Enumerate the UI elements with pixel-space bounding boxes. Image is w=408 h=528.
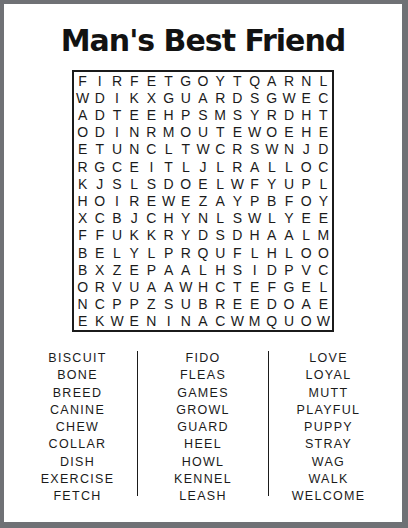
grid-cell-r6c10[interactable]: R [229,158,246,175]
grid-cell-r14c2[interactable]: C [91,296,108,313]
word-item: FLEAS [138,367,268,384]
grid-cell-r13c5[interactable]: A [143,278,160,295]
grid-cell-r2c3[interactable]: I [108,89,125,106]
grid-cell-r11c12[interactable]: H [263,244,280,261]
grid-cell-r14c10[interactable]: E [229,296,246,313]
grid-cell-r13c1[interactable]: O [74,278,91,295]
grid-cell-r12c12[interactable]: D [263,261,280,278]
grid-cell-r3c9[interactable]: M [212,106,229,123]
grid-cell-r9c6[interactable]: H [160,210,177,227]
grid-cell-r14c14[interactable]: A [298,296,315,313]
grid-cell-r13c14[interactable]: E [298,278,315,295]
page-title: Man's Best Friend [4,23,402,59]
grid-cell-r12c3[interactable]: Z [108,261,125,278]
grid-cell-r4c6[interactable]: M [160,124,177,141]
grid-cell-r10c13[interactable]: A [280,227,297,244]
grid-cell-r1c11[interactable]: Q [246,72,263,89]
word-item: GUARD [138,419,268,436]
grid-cell-r3c12[interactable]: R [263,106,280,123]
word-item: BISCUIT [18,350,137,367]
grid-cell-r10c4[interactable]: K [126,227,143,244]
grid-cell-r9c4[interactable]: J [126,210,143,227]
grid-cell-r7c6[interactable]: D [160,175,177,192]
grid-cell-r1c8[interactable]: O [194,72,211,89]
grid-cell-r14c8[interactable]: B [194,296,211,313]
grid-cell-r8c1[interactable]: H [74,192,91,209]
grid-cell-r15c4[interactable]: E [126,313,143,330]
grid-cell-r3c15[interactable]: T [315,106,332,123]
grid-cell-r15c2[interactable]: K [91,313,108,330]
grid-cell-r1c1[interactable]: F [74,72,91,89]
grid-cell-r13c12[interactable]: F [263,278,280,295]
word-item: WALK [269,471,388,488]
grid-cell-r2c12[interactable]: G [263,89,280,106]
grid-cell-r4c9[interactable]: T [212,124,229,141]
grid-cell-r11c11[interactable]: L [246,244,263,261]
grid-cell-r3c11[interactable]: Y [246,106,263,123]
grid-cell-r6c3[interactable]: C [108,158,125,175]
grid-cell-r7c8[interactable]: E [194,175,211,192]
grid-cell-r1c4[interactable]: F [126,72,143,89]
grid-cell-r11c3[interactable]: L [108,244,125,261]
word-item: WAG [269,454,388,471]
grid-cell-r2c11[interactable]: S [246,89,263,106]
grid-cell-r10c6[interactable]: R [160,227,177,244]
grid-cell-r2c9[interactable]: R [212,89,229,106]
grid-cell-r2c2[interactable]: D [91,89,108,106]
grid-cell-r5c7[interactable]: T [177,141,194,158]
grid-cell-r5c15[interactable]: D [315,141,332,158]
grid-cell-r12c4[interactable]: E [126,261,143,278]
word-item: GAMES [138,385,268,402]
grid-cell-r15c14[interactable]: O [298,313,315,330]
grid-cell-r15c1[interactable]: E [74,313,91,330]
word-search-board: FIRFETGOYTQARNLWDIKXGUARDSGWECADTEEHPSMS… [72,70,334,332]
grid-cell-r8c5[interactable]: E [143,192,160,209]
word-item: PUPPY [269,419,388,436]
grid-cell-r13c3[interactable]: V [108,278,125,295]
grid-cell-r12c1[interactable]: B [74,261,91,278]
grid-cell-r7c12[interactable]: Y [263,175,280,192]
word-item: LEASH [138,488,268,505]
word-list-column-1: BISCUITBONEBREEDCANINECHEWCOLLARDISHEXER… [18,349,137,506]
grid-cell-r2c13[interactable]: W [280,89,297,106]
grid-cell-r10c12[interactable]: A [263,227,280,244]
grid-cell-r4c3[interactable]: I [108,124,125,141]
grid-cell-r11c8[interactable]: Q [194,244,211,261]
grid-cell-r3c5[interactable]: E [143,106,160,123]
grid-cell-r6c15[interactable]: C [315,158,332,175]
grid-cell-r11c1[interactable]: B [74,244,91,261]
grid-cell-r15c9[interactable]: C [212,313,229,330]
word-list: BISCUITBONEBREEDCANINECHEWCOLLARDISHEXER… [4,349,402,506]
word-item: LOYAL [269,367,388,384]
grid-cell-r2c7[interactable]: U [177,89,194,106]
grid-cell-r13c10[interactable]: T [229,278,246,295]
grid-cell-r15c13[interactable]: U [280,313,297,330]
word-item: CHEW [18,419,137,436]
grid-cell-r15c7[interactable]: N [177,313,194,330]
grid-cell-r6c7[interactable]: L [177,158,194,175]
word-list-column-3: LOVELOYALMUTTPLAYFULPUPPYSTRAYWAGWALKWEL… [269,349,388,506]
grid-cell-r1c10[interactable]: T [229,72,246,89]
grid-cell-r9c5[interactable]: C [143,210,160,227]
grid-cell-r11c5[interactable]: L [143,244,160,261]
grid-cell-r14c6[interactable]: S [160,296,177,313]
grid-cell-r8c10[interactable]: Y [229,192,246,209]
grid-cell-r12c2[interactable]: X [91,261,108,278]
grid-cell-r9c3[interactable]: B [108,210,125,227]
grid-cell-r14c1[interactable]: N [74,296,91,313]
grid-cell-r11c9[interactable]: U [212,244,229,261]
grid-cell-r2c5[interactable]: X [143,89,160,106]
grid-cell-r12c14[interactable]: V [298,261,315,278]
grid-cell-r8c9[interactable]: A [212,192,229,209]
grid-cell-r13c4[interactable]: U [126,278,143,295]
grid-cell-r14c11[interactable]: E [246,296,263,313]
grid-cell-r5c12[interactable]: W [263,141,280,158]
grid-cell-r7c2[interactable]: J [91,175,108,192]
grid-cell-r3c2[interactable]: D [91,106,108,123]
grid-cell-r12c9[interactable]: H [212,261,229,278]
grid-cell-r11c6[interactable]: P [160,244,177,261]
word-item: STRAY [269,436,388,453]
grid-cell-r12c15[interactable]: C [315,261,332,278]
grid-cell-r14c13[interactable]: O [280,296,297,313]
grid-cell-r10c9[interactable]: S [212,227,229,244]
grid-cell-r13c15[interactable]: L [315,278,332,295]
grid-cell-r4c10[interactable]: E [229,124,246,141]
grid-cell-r8c2[interactable]: O [91,192,108,209]
grid-cell-r10c10[interactable]: D [229,227,246,244]
grid-cell-r7c9[interactable]: L [212,175,229,192]
grid-cell-r9c15[interactable]: E [315,210,332,227]
grid-cell-r6c9[interactable]: L [212,158,229,175]
word-list-column-2: FIDOFLEASGAMESGROWLGUARDHEELHOWLKENNELLE… [138,349,268,506]
grid-cell-r8c15[interactable]: Y [315,192,332,209]
word-item: DISH [18,454,137,471]
grid-cell-r12c7[interactable]: A [177,261,194,278]
grid-cell-r12c6[interactable]: A [160,261,177,278]
grid-cell-r12c11[interactable]: I [246,261,263,278]
grid-cell-r10c14[interactable]: L [298,227,315,244]
grid-cell-r2c14[interactable]: E [298,89,315,106]
grid-cell-r5c1[interactable]: E [74,141,91,158]
grid-cell-r1c12[interactable]: A [263,72,280,89]
grid-cell-r4c8[interactable]: U [194,124,211,141]
grid-cell-r11c14[interactable]: O [298,244,315,261]
grid-cell-r13c8[interactable]: H [194,278,211,295]
grid-cell-r12c8[interactable]: L [194,261,211,278]
grid-cell-r4c5[interactable]: R [143,124,160,141]
grid-cell-r6c12[interactable]: L [263,158,280,175]
grid-cell-r3c3[interactable]: T [108,106,125,123]
grid-cell-r15c8[interactable]: A [194,313,211,330]
grid-cell-r11c10[interactable]: F [229,244,246,261]
grid-cell-r9c8[interactable]: N [194,210,211,227]
grid-cell-r13c11[interactable]: E [246,278,263,295]
grid-cell-r5c2[interactable]: T [91,141,108,158]
grid-cell-r7c11[interactable]: F [246,175,263,192]
grid-cell-r10c5[interactable]: K [143,227,160,244]
grid-cell-r7c10[interactable]: W [229,175,246,192]
grid-cell-r4c14[interactable]: H [298,124,315,141]
letter-grid: FIRFETGOYTQARNLWDIKXGUARDSGWECADTEEHPSMS… [74,72,332,330]
grid-cell-r1c5[interactable]: E [143,72,160,89]
grid-cell-r15c15[interactable]: W [315,313,332,330]
grid-cell-r3c8[interactable]: S [194,106,211,123]
grid-cell-r1c9[interactable]: Y [212,72,229,89]
word-item: KENNEL [138,471,268,488]
grid-cell-r9c10[interactable]: S [229,210,246,227]
grid-cell-r11c13[interactable]: L [280,244,297,261]
grid-cell-r2c10[interactable]: D [229,89,246,106]
grid-cell-r2c15[interactable]: C [315,89,332,106]
grid-cell-r15c12[interactable]: Q [263,313,280,330]
grid-cell-r4c7[interactable]: O [177,124,194,141]
grid-cell-r15c3[interactable]: W [108,313,125,330]
grid-cell-r10c3[interactable]: U [108,227,125,244]
worksheet-page: Man's Best Friend FIRFETGOYTQARNLWDIKXGU… [4,23,402,506]
word-item: COLLAR [18,436,137,453]
grid-cell-r3c1[interactable]: A [74,106,91,123]
grid-cell-r9c14[interactable]: E [298,210,315,227]
grid-cell-r9c1[interactable]: X [74,210,91,227]
grid-cell-r9c2[interactable]: C [91,210,108,227]
grid-cell-r8c4[interactable]: R [126,192,143,209]
grid-cell-r8c7[interactable]: E [177,192,194,209]
grid-cell-r11c4[interactable]: Y [126,244,143,261]
grid-cell-r6c4[interactable]: E [126,158,143,175]
grid-cell-r12c10[interactable]: S [229,261,246,278]
grid-cell-r9c7[interactable]: Y [177,210,194,227]
grid-cell-r7c7[interactable]: O [177,175,194,192]
grid-cell-r6c1[interactable]: R [74,158,91,175]
grid-cell-r5c5[interactable]: C [143,141,160,158]
grid-cell-r1c13[interactable]: R [280,72,297,89]
grid-cell-r3c13[interactable]: D [280,106,297,123]
grid-cell-r1c2[interactable]: I [91,72,108,89]
grid-cell-r9c11[interactable]: W [246,210,263,227]
grid-cell-r6c8[interactable]: J [194,158,211,175]
grid-cell-r9c9[interactable]: L [212,210,229,227]
grid-cell-r9c13[interactable]: Y [280,210,297,227]
grid-cell-r5c6[interactable]: L [160,141,177,158]
word-item: MUTT [269,385,388,402]
grid-cell-r5c9[interactable]: C [212,141,229,158]
grid-cell-r7c15[interactable]: L [315,175,332,192]
grid-cell-r7c5[interactable]: S [143,175,160,192]
grid-cell-r15c6[interactable]: I [160,313,177,330]
grid-cell-r6c11[interactable]: A [246,158,263,175]
grid-cell-r11c7[interactable]: R [177,244,194,261]
grid-cell-r7c1[interactable]: K [74,175,91,192]
grid-cell-r4c13[interactable]: E [280,124,297,141]
grid-cell-r10c11[interactable]: H [246,227,263,244]
grid-cell-r3c10[interactable]: S [229,106,246,123]
word-item: HOWL [138,454,268,471]
grid-cell-r2c8[interactable]: A [194,89,211,106]
grid-cell-r10c2[interactable]: F [91,227,108,244]
grid-cell-r6c14[interactable]: O [298,158,315,175]
grid-cell-r5c14[interactable]: J [298,141,315,158]
grid-cell-r5c13[interactable]: N [280,141,297,158]
grid-cell-r5c10[interactable]: R [229,141,246,158]
word-item: GROWL [138,402,268,419]
grid-cell-r14c9[interactable]: R [212,296,229,313]
grid-cell-r8c14[interactable]: O [298,192,315,209]
grid-cell-r13c13[interactable]: G [280,278,297,295]
grid-cell-r9c12[interactable]: L [263,210,280,227]
grid-cell-r4c1[interactable]: O [74,124,91,141]
grid-cell-r7c13[interactable]: U [280,175,297,192]
grid-cell-r14c5[interactable]: Z [143,296,160,313]
grid-cell-r6c2[interactable]: G [91,158,108,175]
grid-cell-r5c11[interactable]: S [246,141,263,158]
grid-cell-r8c12[interactable]: B [263,192,280,209]
grid-cell-r15c10[interactable]: W [229,313,246,330]
grid-cell-r4c11[interactable]: W [246,124,263,141]
grid-cell-r11c2[interactable]: E [91,244,108,261]
grid-cell-r6c13[interactable]: L [280,158,297,175]
grid-cell-r8c6[interactable]: W [160,192,177,209]
grid-cell-r14c12[interactable]: D [263,296,280,313]
word-item: BONE [18,367,137,384]
grid-cell-r10c15[interactable]: M [315,227,332,244]
word-item: FETCH [18,488,137,505]
grid-cell-r14c7[interactable]: U [177,296,194,313]
grid-cell-r6c6[interactable]: T [160,158,177,175]
grid-cell-r12c5[interactable]: P [143,261,160,278]
word-item: PLAYFUL [269,402,388,419]
grid-cell-r15c11[interactable]: M [246,313,263,330]
grid-cell-r13c2[interactable]: R [91,278,108,295]
grid-cell-r10c1[interactable]: F [74,227,91,244]
grid-cell-r8c3[interactable]: I [108,192,125,209]
grid-cell-r8c11[interactable]: P [246,192,263,209]
grid-cell-r7c3[interactable]: S [108,175,125,192]
grid-cell-r10c7[interactable]: Y [177,227,194,244]
grid-cell-r8c13[interactable]: F [280,192,297,209]
grid-cell-r8c8[interactable]: Z [194,192,211,209]
word-item: BREED [18,385,137,402]
grid-cell-r14c3[interactable]: P [108,296,125,313]
grid-cell-r14c4[interactable]: P [126,296,143,313]
grid-cell-r5c4[interactable]: N [126,141,143,158]
grid-cell-r4c15[interactable]: E [315,124,332,141]
grid-cell-r1c6[interactable]: T [160,72,177,89]
word-item: LOVE [269,350,388,367]
grid-cell-r3c7[interactable]: P [177,106,194,123]
grid-cell-r13c6[interactable]: A [160,278,177,295]
grid-cell-r2c4[interactable]: K [126,89,143,106]
grid-cell-r3c4[interactable]: E [126,106,143,123]
grid-cell-r6c5[interactable]: I [143,158,160,175]
grid-cell-r1c3[interactable]: R [108,72,125,89]
grid-cell-r1c14[interactable]: N [298,72,315,89]
grid-cell-r13c9[interactable]: C [212,278,229,295]
word-item: FIDO [138,350,268,367]
grid-cell-r7c4[interactable]: L [126,175,143,192]
grid-cell-r2c6[interactable]: G [160,89,177,106]
grid-cell-r13c7[interactable]: W [177,278,194,295]
grid-cell-r2c1[interactable]: W [74,89,91,106]
grid-cell-r4c12[interactable]: O [263,124,280,141]
grid-cell-r3c14[interactable]: H [298,106,315,123]
grid-cell-r7c14[interactable]: P [298,175,315,192]
grid-cell-r14c15[interactable]: E [315,296,332,313]
grid-cell-r12c13[interactable]: P [280,261,297,278]
grid-cell-r11c15[interactable]: O [315,244,332,261]
word-item: HEEL [138,436,268,453]
grid-cell-r1c7[interactable]: G [177,72,194,89]
grid-cell-r1c15[interactable]: L [315,72,332,89]
word-item: WELCOME [269,488,388,505]
grid-cell-r15c5[interactable]: N [143,313,160,330]
grid-cell-r5c3[interactable]: U [108,141,125,158]
grid-cell-r4c2[interactable]: D [91,124,108,141]
word-item: EXERCISE [18,471,137,488]
word-item: CANINE [18,402,137,419]
grid-cell-r10c8[interactable]: D [194,227,211,244]
grid-cell-r5c8[interactable]: W [194,141,211,158]
grid-cell-r4c4[interactable]: N [126,124,143,141]
grid-cell-r3c6[interactable]: H [160,106,177,123]
